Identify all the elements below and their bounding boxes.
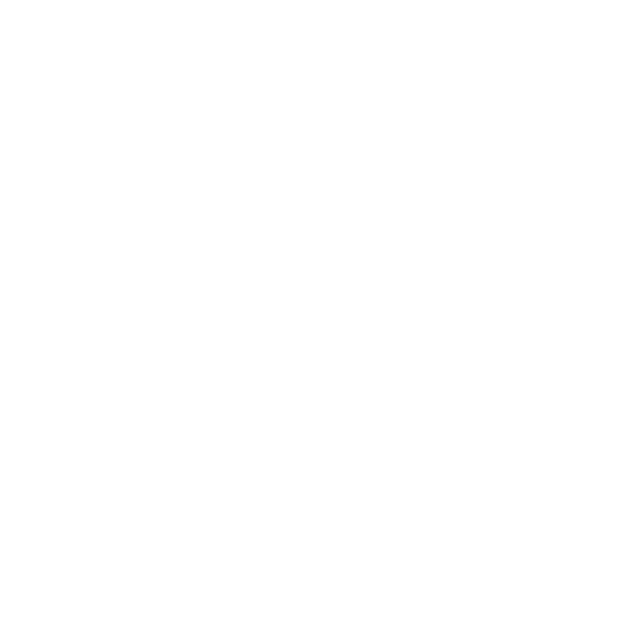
chess-board <box>0 0 640 640</box>
chess-set-photo <box>0 0 640 640</box>
